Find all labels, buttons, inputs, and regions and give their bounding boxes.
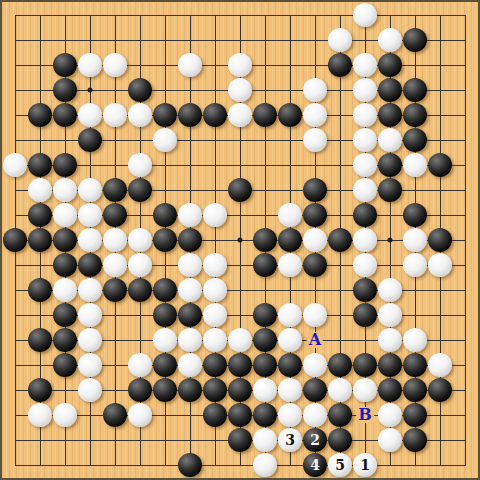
white-stone: [53, 278, 77, 302]
white-stone: [78, 53, 102, 77]
white-stone: [378, 128, 402, 152]
black-stone: [303, 203, 327, 227]
black-stone: [228, 403, 252, 427]
white-stone: [153, 128, 177, 152]
white-stone: [403, 228, 427, 252]
black-stone: [53, 53, 77, 77]
black-stone: [353, 303, 377, 327]
black-stone: [178, 453, 202, 477]
black-stone: [178, 378, 202, 402]
black-stone: [153, 353, 177, 377]
hoshi-point: [388, 238, 393, 243]
black-stone: [378, 103, 402, 127]
white-stone: [353, 78, 377, 102]
white-stone: [78, 378, 102, 402]
black-stone: [403, 403, 427, 427]
black-stone: [328, 228, 352, 252]
black-stone: [328, 403, 352, 427]
black-stone: [378, 353, 402, 377]
black-stone: [103, 178, 127, 202]
hoshi-point: [88, 88, 93, 93]
black-stone: [328, 428, 352, 452]
white-stone: [278, 303, 302, 327]
white-stone: [28, 178, 52, 202]
white-stone: [228, 78, 252, 102]
black-stone: [228, 378, 252, 402]
black-stone: [103, 203, 127, 227]
white-stone: [178, 203, 202, 227]
black-stone: [128, 278, 152, 302]
black-stone: [253, 403, 277, 427]
black-stone: [253, 228, 277, 252]
black-stone: [428, 153, 452, 177]
grid-line-horizontal: [15, 465, 466, 466]
move-number: 2: [310, 433, 320, 447]
white-stone: [403, 153, 427, 177]
black-stone: [278, 353, 302, 377]
black-stone: [378, 178, 402, 202]
black-stone: [153, 203, 177, 227]
black-stone: [278, 228, 302, 252]
white-stone: [203, 303, 227, 327]
black-stone: [203, 103, 227, 127]
black-stone: [153, 303, 177, 327]
white-stone: [128, 253, 152, 277]
black-stone: [253, 328, 277, 352]
black-stone: [28, 328, 52, 352]
black-stone: [403, 378, 427, 402]
white-stone: [428, 353, 452, 377]
black-stone: [53, 253, 77, 277]
black-stone: [403, 428, 427, 452]
white-stone: [303, 303, 327, 327]
black-stone: [53, 153, 77, 177]
black-stone-numbered: 2: [303, 428, 327, 452]
black-stone: [253, 353, 277, 377]
white-stone: [228, 53, 252, 77]
move-number: 1: [360, 458, 370, 472]
white-stone: [353, 378, 377, 402]
white-stone: [328, 28, 352, 52]
white-stone: [278, 203, 302, 227]
white-stone: [353, 53, 377, 77]
black-stone: [253, 103, 277, 127]
white-stone: [78, 303, 102, 327]
black-stone: [403, 128, 427, 152]
white-stone-numbered: 5: [328, 453, 352, 477]
white-stone: [403, 253, 427, 277]
white-stone: [178, 278, 202, 302]
white-stone-numbered: 3: [278, 428, 302, 452]
white-stone: [3, 153, 27, 177]
white-stone: [203, 278, 227, 302]
white-stone: [28, 403, 52, 427]
white-stone: [203, 203, 227, 227]
black-stone: [128, 378, 152, 402]
white-stone: [403, 328, 427, 352]
point-label-A: A: [307, 332, 323, 348]
white-stone: [153, 328, 177, 352]
black-stone: [28, 103, 52, 127]
go-board[interactable]: 32451 AB: [0, 0, 480, 480]
black-stone-numbered: 4: [303, 453, 327, 477]
white-stone: [303, 228, 327, 252]
white-stone: [353, 178, 377, 202]
white-stone: [128, 153, 152, 177]
black-stone: [178, 103, 202, 127]
black-stone: [403, 203, 427, 227]
black-stone: [203, 353, 227, 377]
black-stone: [153, 103, 177, 127]
black-stone: [303, 378, 327, 402]
black-stone: [253, 303, 277, 327]
black-stone: [78, 128, 102, 152]
white-stone: [378, 28, 402, 52]
white-stone: [78, 228, 102, 252]
black-stone: [103, 278, 127, 302]
black-stone: [53, 103, 77, 127]
black-stone: [378, 53, 402, 77]
white-stone: [128, 103, 152, 127]
white-stone: [303, 403, 327, 427]
black-stone: [378, 378, 402, 402]
white-stone: [228, 103, 252, 127]
black-stone: [228, 178, 252, 202]
move-number: 4: [310, 458, 320, 472]
white-stone: [203, 253, 227, 277]
white-stone: [178, 353, 202, 377]
white-stone: [128, 228, 152, 252]
black-stone: [53, 303, 77, 327]
white-stone: [328, 378, 352, 402]
black-stone: [428, 378, 452, 402]
white-stone: [378, 303, 402, 327]
black-stone: [178, 228, 202, 252]
white-stone: [353, 103, 377, 127]
white-stone: [103, 253, 127, 277]
white-stone: [78, 103, 102, 127]
black-stone: [153, 278, 177, 302]
black-stone: [28, 278, 52, 302]
white-stone: [428, 253, 452, 277]
black-stone: [428, 228, 452, 252]
black-stone: [403, 103, 427, 127]
white-stone: [53, 178, 77, 202]
white-stone: [353, 3, 377, 27]
black-stone: [3, 228, 27, 252]
move-number: 3: [285, 433, 295, 447]
black-stone: [378, 153, 402, 177]
white-stone: [178, 253, 202, 277]
black-stone: [403, 353, 427, 377]
black-stone: [353, 278, 377, 302]
black-stone: [153, 378, 177, 402]
black-stone: [403, 78, 427, 102]
white-stone: [378, 428, 402, 452]
black-stone: [53, 353, 77, 377]
black-stone: [303, 178, 327, 202]
white-stone: [303, 353, 327, 377]
white-stone: [253, 378, 277, 402]
white-stone: [228, 328, 252, 352]
black-stone: [53, 78, 77, 102]
grid-line-vertical: [465, 15, 466, 466]
white-stone: [203, 328, 227, 352]
white-stone: [128, 353, 152, 377]
black-stone: [203, 378, 227, 402]
white-stone: [128, 403, 152, 427]
white-stone: [178, 328, 202, 352]
black-stone: [153, 228, 177, 252]
black-stone: [28, 378, 52, 402]
white-stone: [353, 128, 377, 152]
black-stone: [28, 153, 52, 177]
black-stone: [203, 403, 227, 427]
white-stone: [278, 253, 302, 277]
black-stone: [303, 253, 327, 277]
black-stone: [103, 403, 127, 427]
black-stone: [403, 28, 427, 52]
white-stone: [353, 228, 377, 252]
white-stone: [78, 178, 102, 202]
hoshi-point: [238, 238, 243, 243]
black-stone: [128, 178, 152, 202]
white-stone: [78, 203, 102, 227]
white-stone: [278, 378, 302, 402]
black-stone: [178, 303, 202, 327]
white-stone: [253, 453, 277, 477]
white-stone: [378, 328, 402, 352]
white-stone: [353, 153, 377, 177]
white-stone: [103, 53, 127, 77]
white-stone-numbered: 1: [353, 453, 377, 477]
black-stone: [228, 353, 252, 377]
black-stone: [328, 53, 352, 77]
white-stone: [378, 403, 402, 427]
black-stone: [28, 228, 52, 252]
black-stone: [278, 103, 302, 127]
black-stone: [228, 428, 252, 452]
black-stone: [128, 78, 152, 102]
white-stone: [53, 403, 77, 427]
white-stone: [78, 328, 102, 352]
white-stone: [103, 103, 127, 127]
white-stone: [253, 428, 277, 452]
white-stone: [53, 203, 77, 227]
black-stone: [378, 78, 402, 102]
black-stone: [253, 253, 277, 277]
white-stone: [103, 228, 127, 252]
white-stone: [303, 103, 327, 127]
black-stone: [78, 253, 102, 277]
white-stone: [278, 403, 302, 427]
white-stone: [278, 328, 302, 352]
black-stone: [353, 353, 377, 377]
black-stone: [353, 203, 377, 227]
white-stone: [378, 278, 402, 302]
move-number: 5: [335, 458, 345, 472]
black-stone: [53, 328, 77, 352]
white-stone: [303, 128, 327, 152]
black-stone: [53, 228, 77, 252]
white-stone: [178, 53, 202, 77]
black-stone: [328, 353, 352, 377]
white-stone: [353, 253, 377, 277]
white-stone: [78, 353, 102, 377]
white-stone: [303, 78, 327, 102]
white-stone: [78, 278, 102, 302]
point-label-B: B: [356, 407, 374, 423]
black-stone: [28, 203, 52, 227]
